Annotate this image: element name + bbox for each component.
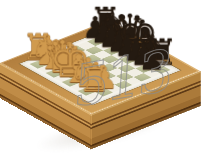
- square-h1: ♜: [86, 92, 104, 100]
- white-rook: ♜: [73, 61, 117, 97]
- wooden-chess-box: ♜♞♝♛♚♝♞♜♟♟♟♟♟♟♟♟♟♟♟♟♟♟♟♟♜♞♝♛♚♝♞♜: [0, 20, 200, 114]
- black-pawn: ♟: [130, 44, 174, 74]
- chess-set-product-photo: ♜♞♝♛♚♝♞♜♟♟♟♟♟♟♟♟♟♟♟♟♟♟♟♟♜♞♝♛♚♝♞♜ 513: [0, 0, 208, 156]
